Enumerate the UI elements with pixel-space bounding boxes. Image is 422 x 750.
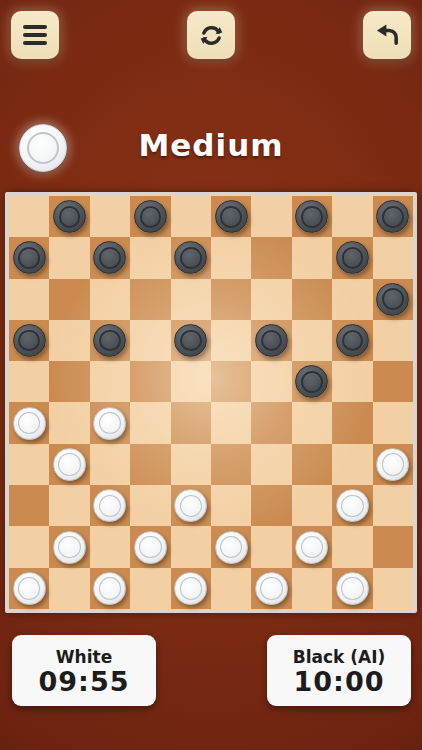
light-square	[332, 361, 372, 402]
dark-square[interactable]	[292, 444, 332, 485]
dark-square[interactable]	[90, 485, 130, 526]
light-square	[332, 526, 372, 567]
white-clock-panel: White 09:55	[12, 635, 156, 706]
light-square	[9, 279, 49, 320]
black-piece[interactable]	[174, 324, 207, 357]
white-piece[interactable]	[174, 572, 207, 605]
dark-square[interactable]	[373, 279, 413, 320]
dark-square[interactable]	[211, 196, 251, 237]
white-piece[interactable]	[93, 489, 126, 522]
white-clock-label: White	[56, 647, 112, 667]
difficulty-title: Medium	[0, 127, 422, 163]
light-square	[373, 237, 413, 278]
refresh-icon	[198, 22, 225, 49]
black-piece[interactable]	[93, 241, 126, 274]
light-square	[251, 444, 291, 485]
black-piece[interactable]	[336, 324, 369, 357]
dark-square[interactable]	[171, 237, 211, 278]
light-square	[373, 485, 413, 526]
black-piece[interactable]	[134, 200, 167, 233]
dark-square[interactable]	[292, 361, 332, 402]
undo-arrow-icon	[374, 22, 401, 49]
dark-square[interactable]	[49, 526, 89, 567]
white-piece[interactable]	[93, 572, 126, 605]
dark-square[interactable]	[130, 444, 170, 485]
app-screen: Medium White 09:55 Black (AI) 10:00	[0, 0, 422, 750]
light-square	[171, 361, 211, 402]
white-piece[interactable]	[13, 572, 46, 605]
light-square	[211, 568, 251, 609]
white-piece[interactable]	[53, 448, 86, 481]
dark-square[interactable]	[171, 402, 211, 443]
light-square	[90, 444, 130, 485]
dark-square[interactable]	[373, 526, 413, 567]
white-piece[interactable]	[93, 407, 126, 440]
dark-square[interactable]	[211, 444, 251, 485]
dark-square[interactable]	[9, 568, 49, 609]
light-square	[373, 320, 413, 361]
white-piece[interactable]	[376, 448, 409, 481]
dark-square[interactable]	[130, 526, 170, 567]
light-square	[332, 196, 372, 237]
dark-square[interactable]	[332, 485, 372, 526]
board-frame	[5, 192, 417, 613]
light-square	[292, 485, 332, 526]
dark-square[interactable]	[251, 402, 291, 443]
light-square	[171, 279, 211, 320]
light-square	[49, 320, 89, 361]
light-square	[9, 196, 49, 237]
light-square	[9, 526, 49, 567]
white-piece[interactable]	[53, 531, 86, 564]
dark-square[interactable]	[9, 485, 49, 526]
black-piece[interactable]	[295, 365, 328, 398]
black-piece[interactable]	[174, 241, 207, 274]
dark-square[interactable]	[171, 485, 211, 526]
dark-square[interactable]	[211, 279, 251, 320]
white-piece[interactable]	[255, 572, 288, 605]
light-square	[9, 361, 49, 402]
light-square	[211, 485, 251, 526]
light-square	[90, 361, 130, 402]
light-square	[130, 485, 170, 526]
dark-square[interactable]	[211, 526, 251, 567]
light-square	[332, 279, 372, 320]
light-square	[292, 320, 332, 361]
light-square	[90, 279, 130, 320]
black-clock-panel: Black (AI) 10:00	[267, 635, 411, 706]
white-piece[interactable]	[336, 489, 369, 522]
light-square	[171, 526, 211, 567]
menu-button[interactable]	[11, 11, 59, 59]
white-piece[interactable]	[215, 531, 248, 564]
dark-square[interactable]	[90, 320, 130, 361]
black-piece[interactable]	[53, 200, 86, 233]
light-square	[90, 196, 130, 237]
dark-square[interactable]	[251, 320, 291, 361]
black-piece[interactable]	[376, 283, 409, 316]
white-piece[interactable]	[13, 407, 46, 440]
light-square	[292, 402, 332, 443]
dark-square[interactable]	[251, 568, 291, 609]
dark-square[interactable]	[251, 237, 291, 278]
light-square	[171, 444, 211, 485]
dark-square[interactable]	[251, 485, 291, 526]
light-square	[130, 320, 170, 361]
dark-square[interactable]	[373, 361, 413, 402]
light-square	[49, 237, 89, 278]
black-piece[interactable]	[295, 200, 328, 233]
dark-square[interactable]	[130, 196, 170, 237]
light-square	[49, 485, 89, 526]
dark-square[interactable]	[9, 320, 49, 361]
dark-square[interactable]	[332, 402, 372, 443]
white-clock-time: 09:55	[39, 668, 130, 695]
black-piece[interactable]	[215, 200, 248, 233]
light-square	[130, 237, 170, 278]
restart-button[interactable]	[187, 11, 235, 59]
dark-square[interactable]	[373, 444, 413, 485]
undo-button[interactable]	[363, 11, 411, 59]
light-square	[292, 237, 332, 278]
light-square	[130, 402, 170, 443]
dark-square[interactable]	[171, 320, 211, 361]
dark-square[interactable]	[90, 237, 130, 278]
dark-square[interactable]	[9, 237, 49, 278]
dark-square[interactable]	[49, 444, 89, 485]
dark-square[interactable]	[292, 279, 332, 320]
dark-square[interactable]	[49, 361, 89, 402]
light-square	[332, 444, 372, 485]
black-piece[interactable]	[255, 324, 288, 357]
light-square	[90, 526, 130, 567]
light-square	[373, 568, 413, 609]
dark-square[interactable]	[90, 568, 130, 609]
dark-square[interactable]	[332, 568, 372, 609]
white-piece[interactable]	[174, 489, 207, 522]
black-piece[interactable]	[13, 324, 46, 357]
light-square	[49, 568, 89, 609]
dark-square[interactable]	[332, 237, 372, 278]
light-square	[211, 237, 251, 278]
dark-square[interactable]	[49, 196, 89, 237]
dark-square[interactable]	[292, 526, 332, 567]
light-square	[251, 279, 291, 320]
light-square	[130, 568, 170, 609]
white-piece[interactable]	[336, 572, 369, 605]
black-piece[interactable]	[13, 241, 46, 274]
dark-square[interactable]	[130, 361, 170, 402]
dark-square[interactable]	[90, 402, 130, 443]
light-square	[211, 402, 251, 443]
black-clock-time: 10:00	[294, 668, 385, 695]
dark-square[interactable]	[373, 196, 413, 237]
light-square	[49, 402, 89, 443]
light-square	[292, 568, 332, 609]
dark-square[interactable]	[292, 196, 332, 237]
white-piece[interactable]	[134, 531, 167, 564]
dark-square[interactable]	[9, 402, 49, 443]
dark-square[interactable]	[211, 361, 251, 402]
black-piece[interactable]	[336, 241, 369, 274]
light-square	[251, 361, 291, 402]
hamburger-icon	[23, 25, 47, 45]
light-square	[171, 196, 211, 237]
light-square	[211, 320, 251, 361]
light-square	[9, 444, 49, 485]
board	[9, 196, 413, 609]
white-piece[interactable]	[295, 531, 328, 564]
dark-square[interactable]	[49, 279, 89, 320]
black-piece[interactable]	[93, 324, 126, 357]
black-clock-label: Black (AI)	[293, 647, 386, 667]
light-square	[373, 402, 413, 443]
black-piece[interactable]	[376, 200, 409, 233]
dark-square[interactable]	[332, 320, 372, 361]
light-square	[251, 526, 291, 567]
dark-square[interactable]	[130, 279, 170, 320]
dark-square[interactable]	[171, 568, 211, 609]
light-square	[251, 196, 291, 237]
